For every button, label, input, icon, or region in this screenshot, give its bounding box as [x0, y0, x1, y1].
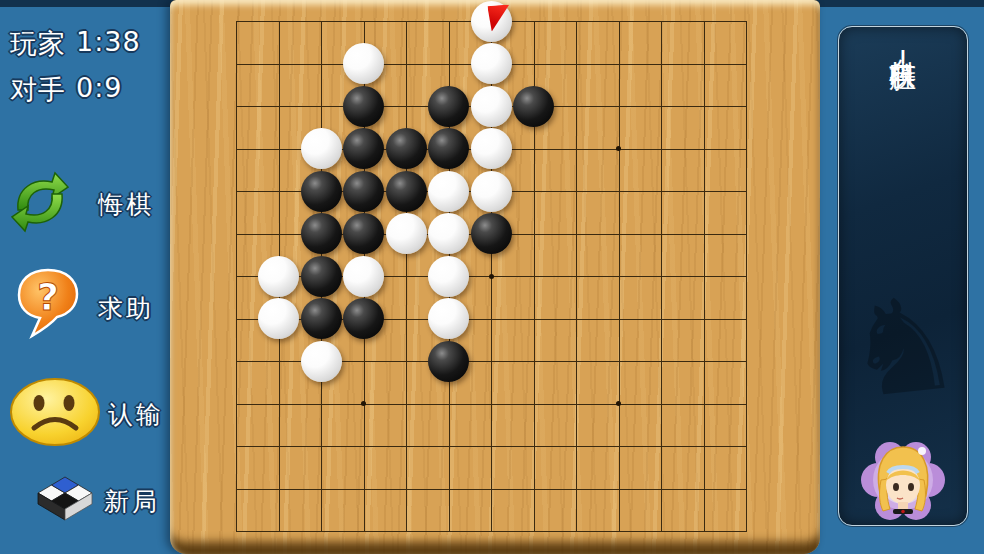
stone-black	[301, 298, 342, 339]
undo-button[interactable]: 悔棋	[8, 170, 154, 238]
stone-white	[258, 256, 299, 297]
new-game-button[interactable]: 新局	[30, 462, 160, 540]
stone-white	[301, 341, 342, 382]
opponent-timer: 对手 0:9	[10, 72, 122, 108]
stone-white	[301, 128, 342, 169]
stone-black	[343, 128, 384, 169]
stone-black	[343, 298, 384, 339]
help-button-label: 求助	[98, 292, 154, 325]
star-point	[361, 401, 366, 406]
stone-white	[343, 256, 384, 297]
stone-black	[386, 171, 427, 212]
player-timer: 玩家 1:38	[10, 26, 141, 62]
player-timer-label: 玩家	[10, 26, 66, 62]
stone-black	[343, 86, 384, 127]
stone-black	[301, 213, 342, 254]
stone-black	[301, 171, 342, 212]
resign-button[interactable]: 认输	[8, 376, 164, 452]
undo-icon	[8, 170, 72, 238]
stone-black	[428, 86, 469, 127]
stone-white	[428, 256, 469, 297]
undo-button-label: 悔棋	[98, 188, 154, 221]
grid-line-h	[236, 446, 747, 447]
stone-black	[428, 128, 469, 169]
stone-white	[471, 1, 512, 42]
star-point	[616, 401, 621, 406]
horse-watermark: ♞	[838, 276, 967, 417]
new-game-icon	[30, 462, 100, 540]
help-icon: ?	[14, 266, 82, 350]
grid-line-h	[236, 404, 747, 405]
stone-white	[471, 86, 512, 127]
stone-white	[386, 213, 427, 254]
star-point	[616, 146, 621, 151]
resign-icon	[8, 376, 102, 452]
board-grid[interactable]	[236, 21, 747, 532]
stone-black	[428, 341, 469, 382]
game-board	[170, 0, 820, 554]
grid-line-v	[746, 21, 747, 532]
stone-black	[386, 128, 427, 169]
new-game-button-label: 新局	[104, 485, 160, 518]
opponent-timer-value: 0:9	[76, 72, 122, 108]
stone-white	[428, 213, 469, 254]
resign-button-label: 认输	[108, 398, 164, 431]
svg-text:?: ?	[37, 275, 59, 319]
stone-white	[428, 171, 469, 212]
grid-line-v	[576, 21, 577, 532]
app-window: 玩家 1:38 对手 0:9 悔棋	[0, 0, 984, 554]
stone-white	[428, 298, 469, 339]
grid-line-v	[661, 21, 662, 532]
help-button[interactable]: ? 求助	[14, 266, 154, 350]
grid-line-h	[236, 531, 747, 532]
result-panel: ♞ 白棋获胜!	[838, 26, 968, 526]
stone-white	[258, 298, 299, 339]
result-text: 白棋获胜!	[890, 37, 917, 78]
stone-white	[471, 128, 512, 169]
last-move-flag	[487, 4, 510, 31]
grid-line-v	[704, 21, 705, 532]
stone-black	[471, 213, 512, 254]
player-timer-value: 1:38	[76, 26, 141, 62]
opponent-timer-label: 对手	[10, 72, 66, 108]
star-point	[489, 274, 494, 279]
grid-line-h	[236, 489, 747, 490]
opponent-avatar	[850, 435, 956, 529]
stone-white	[471, 43, 512, 84]
stone-black	[301, 256, 342, 297]
stone-white	[471, 171, 512, 212]
grid-line-v	[619, 21, 620, 532]
stone-black	[343, 213, 384, 254]
stone-white	[343, 43, 384, 84]
stone-black	[343, 171, 384, 212]
stone-black	[513, 86, 554, 127]
